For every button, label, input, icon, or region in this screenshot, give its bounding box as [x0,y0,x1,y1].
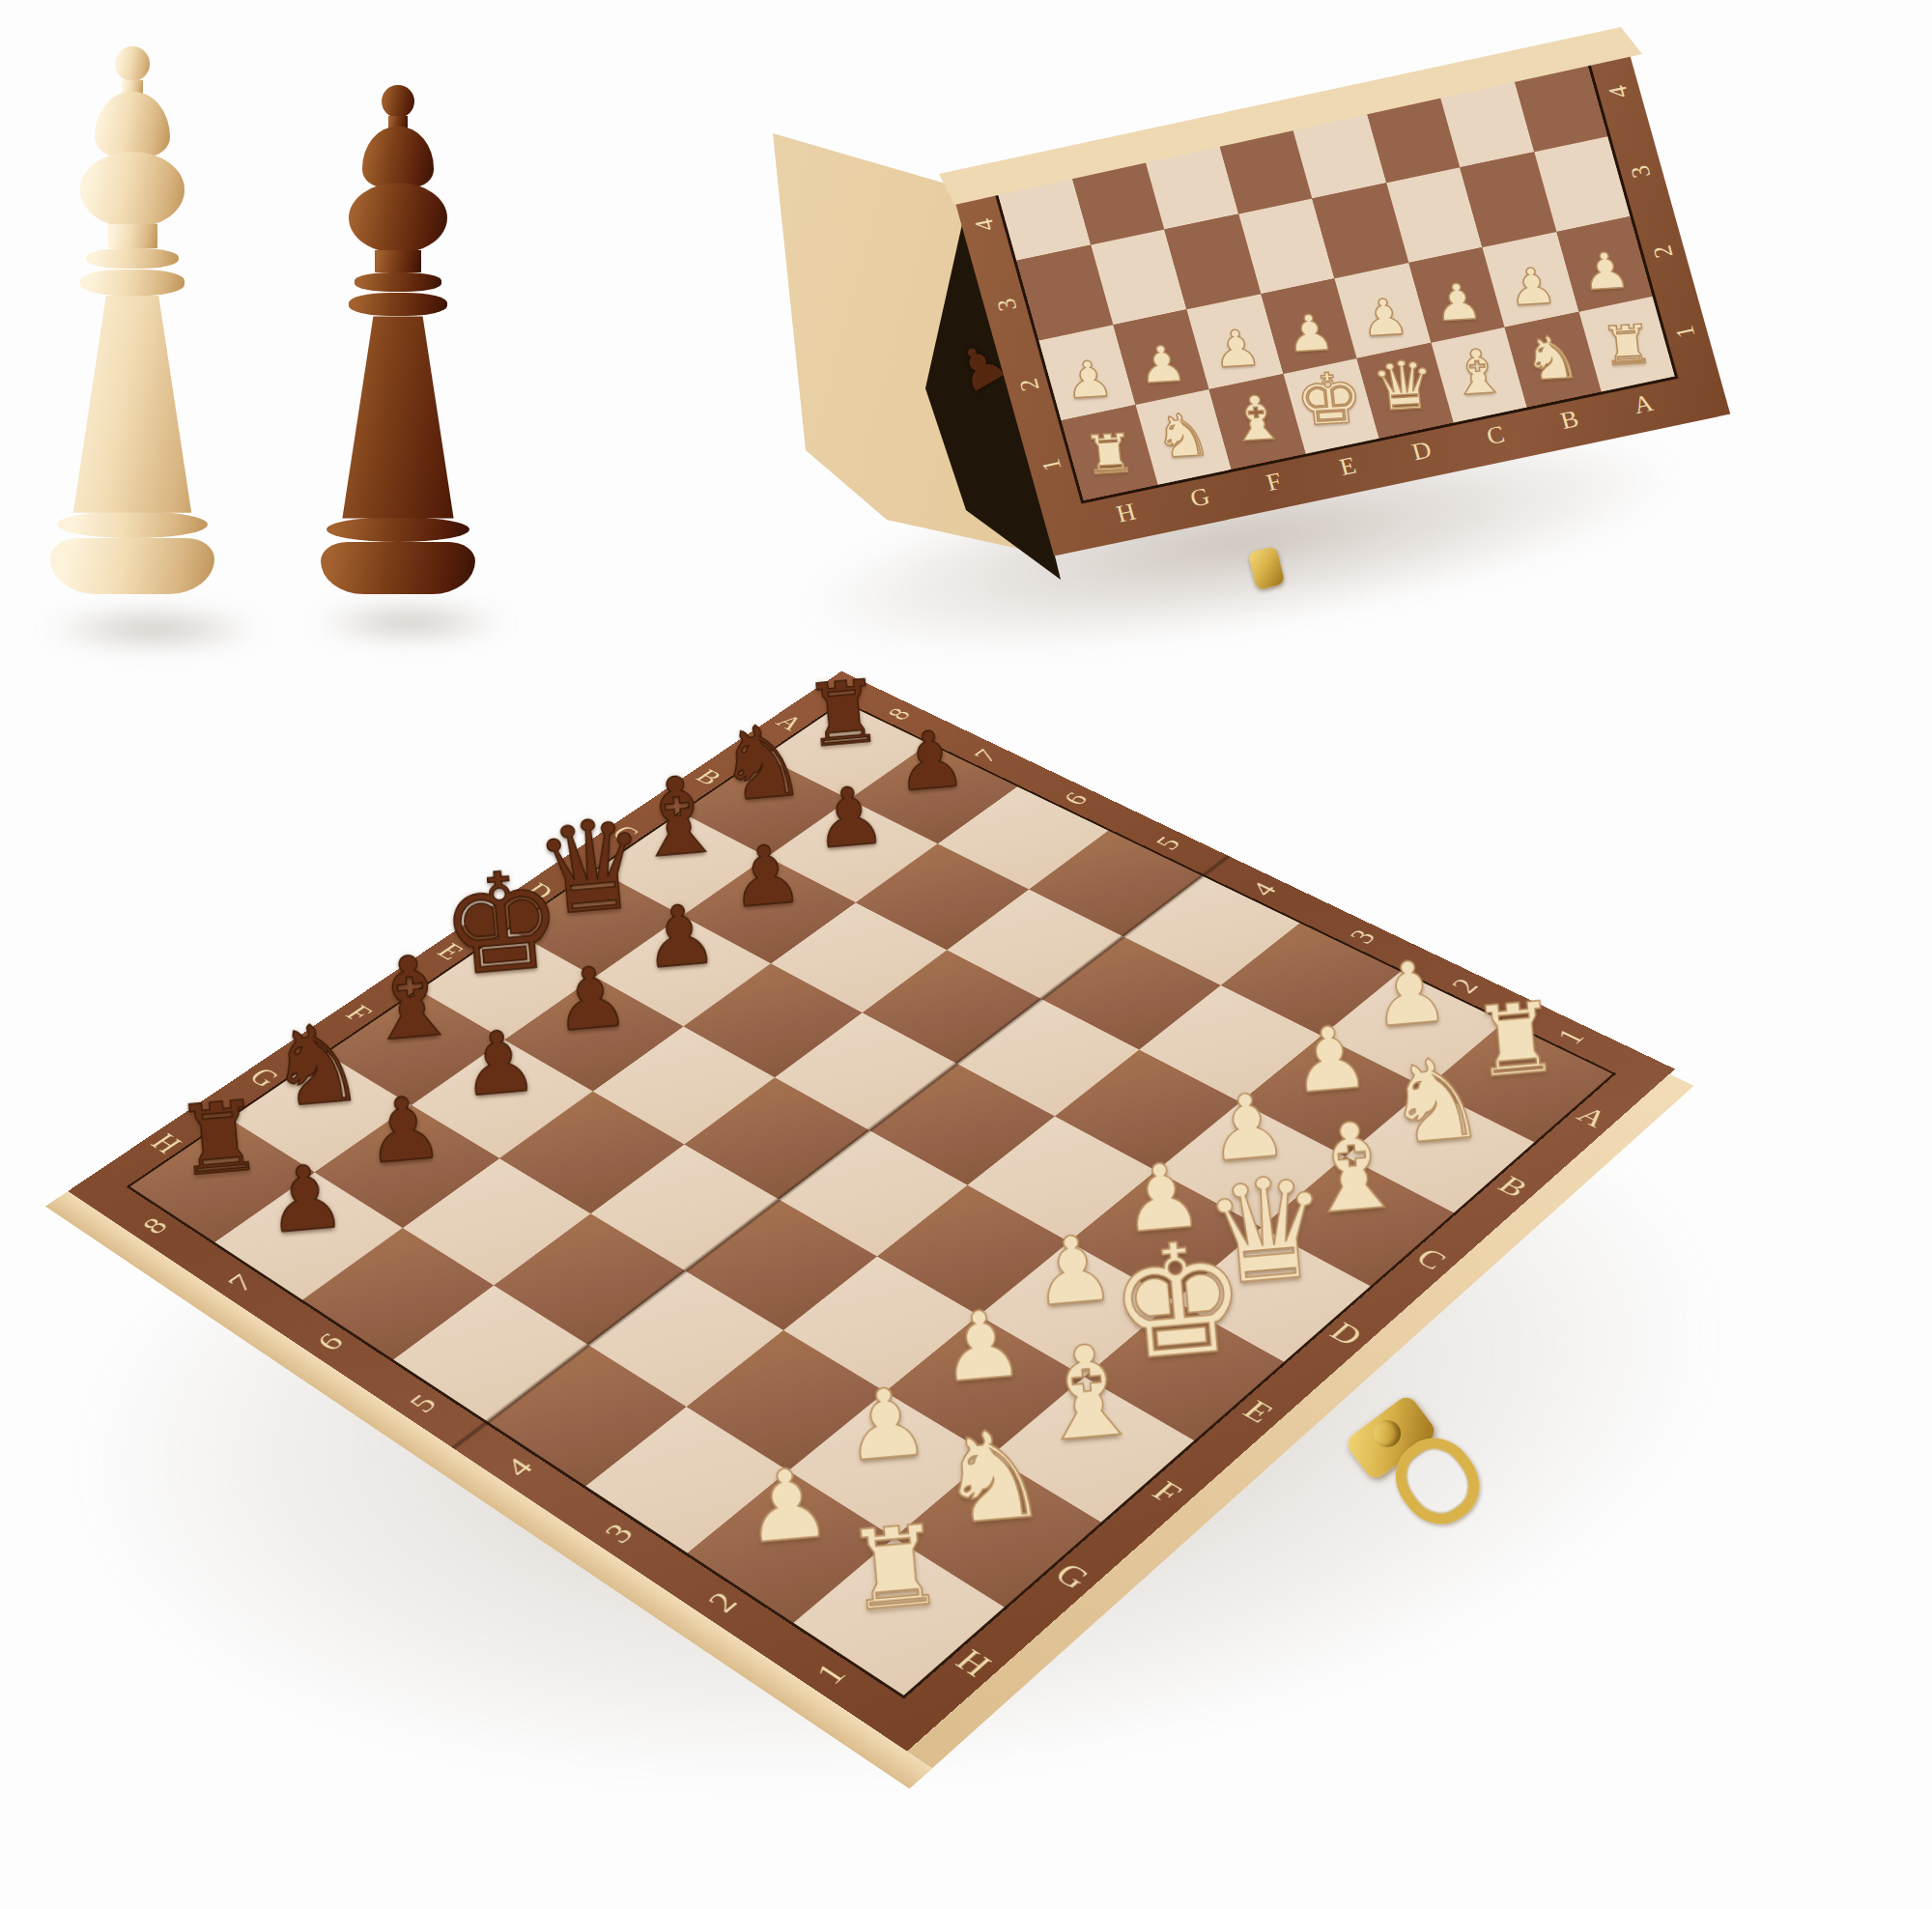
tray-white-knight: ♞ [1151,405,1214,467]
black-king [321,85,475,631]
tray-white-pawn: ♟ [1136,338,1189,390]
king-finial [382,85,414,118]
white-rook: ♜ [815,1508,974,1631]
tray-white-bishop: ♝ [1224,387,1289,451]
tray-white-pawn: ♟ [1432,276,1485,328]
tray-white-queen: ♛ [1368,351,1439,420]
king-finial [115,46,150,81]
square-b4 [1041,936,1221,1049]
black-pawn: ♟ [235,1149,376,1248]
tray-white-pawn: ♟ [1063,355,1116,407]
tray-white-knight: ♞ [1520,328,1583,389]
tray-white-pawn: ♟ [1579,245,1633,298]
tray-white-rook: ♜ [1081,426,1138,482]
tray-white-pawn: ♟ [1358,292,1411,344]
tray-white-rook: ♜ [1598,317,1655,373]
tray-white-king: ♚ [1292,362,1367,437]
product-photo-stage: ♟ 4321 4321 HGFEDCBA ♟♟♟♟♟♟♟♟♜♞♝♚♛♝♞♜ ♜♟… [0,0,1932,1909]
white-king [50,46,214,634]
tray-white-pawn: ♟ [1506,261,1559,313]
tray-white-pawn: ♟ [1284,307,1337,359]
tray-white-bishop: ♝ [1445,341,1510,405]
tray-white-pawn: ♟ [1210,323,1264,375]
